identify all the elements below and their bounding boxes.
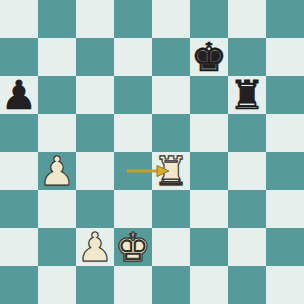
- square-a5[interactable]: [0, 114, 38, 152]
- square-c3[interactable]: [76, 190, 114, 228]
- square-f5[interactable]: [190, 114, 228, 152]
- piece-white-pawn[interactable]: ♟: [76, 228, 114, 266]
- square-f2[interactable]: [190, 228, 228, 266]
- square-e3[interactable]: [152, 190, 190, 228]
- square-a3[interactable]: [0, 190, 38, 228]
- piece-black-pawn[interactable]: ♟: [0, 76, 38, 114]
- square-c7[interactable]: [76, 38, 114, 76]
- square-a1[interactable]: [0, 266, 38, 304]
- square-d8[interactable]: [114, 0, 152, 38]
- piece-black-rook[interactable]: ♜: [228, 76, 266, 114]
- square-h1[interactable]: [266, 266, 304, 304]
- square-h2[interactable]: [266, 228, 304, 266]
- square-g2[interactable]: [228, 228, 266, 266]
- square-e7[interactable]: [152, 38, 190, 76]
- square-g8[interactable]: [228, 0, 266, 38]
- square-h4[interactable]: [266, 152, 304, 190]
- square-e5[interactable]: [152, 114, 190, 152]
- square-f4[interactable]: [190, 152, 228, 190]
- square-c4[interactable]: [76, 152, 114, 190]
- square-g3[interactable]: [228, 190, 266, 228]
- square-d1[interactable]: [114, 266, 152, 304]
- piece-black-king[interactable]: ♚: [190, 38, 228, 76]
- piece-white-king[interactable]: ♚: [114, 228, 152, 266]
- square-e2[interactable]: [152, 228, 190, 266]
- square-h5[interactable]: [266, 114, 304, 152]
- square-a7[interactable]: [0, 38, 38, 76]
- square-c5[interactable]: [76, 114, 114, 152]
- square-e6[interactable]: [152, 76, 190, 114]
- piece-white-pawn[interactable]: ♟: [38, 152, 76, 190]
- square-h7[interactable]: [266, 38, 304, 76]
- square-h8[interactable]: [266, 0, 304, 38]
- square-d6[interactable]: [114, 76, 152, 114]
- square-f6[interactable]: [190, 76, 228, 114]
- square-c8[interactable]: [76, 0, 114, 38]
- square-d4[interactable]: [114, 152, 152, 190]
- chess-board: ♚♜♟♜♟♟♚: [0, 0, 304, 304]
- square-g7[interactable]: [228, 38, 266, 76]
- square-h3[interactable]: [266, 190, 304, 228]
- piece-white-rook[interactable]: ♜: [152, 152, 190, 190]
- square-a8[interactable]: [0, 0, 38, 38]
- square-f1[interactable]: [190, 266, 228, 304]
- square-a4[interactable]: [0, 152, 38, 190]
- square-f3[interactable]: [190, 190, 228, 228]
- square-b1[interactable]: [38, 266, 76, 304]
- square-b2[interactable]: [38, 228, 76, 266]
- square-b6[interactable]: [38, 76, 76, 114]
- square-d7[interactable]: [114, 38, 152, 76]
- square-a2[interactable]: [0, 228, 38, 266]
- square-b7[interactable]: [38, 38, 76, 76]
- square-b5[interactable]: [38, 114, 76, 152]
- square-e1[interactable]: [152, 266, 190, 304]
- square-e8[interactable]: [152, 0, 190, 38]
- square-d5[interactable]: [114, 114, 152, 152]
- square-h6[interactable]: [266, 76, 304, 114]
- square-g1[interactable]: [228, 266, 266, 304]
- square-c6[interactable]: [76, 76, 114, 114]
- square-b8[interactable]: [38, 0, 76, 38]
- square-f8[interactable]: [190, 0, 228, 38]
- square-d3[interactable]: [114, 190, 152, 228]
- square-c1[interactable]: [76, 266, 114, 304]
- square-g4[interactable]: [228, 152, 266, 190]
- square-b3[interactable]: [38, 190, 76, 228]
- square-g5[interactable]: [228, 114, 266, 152]
